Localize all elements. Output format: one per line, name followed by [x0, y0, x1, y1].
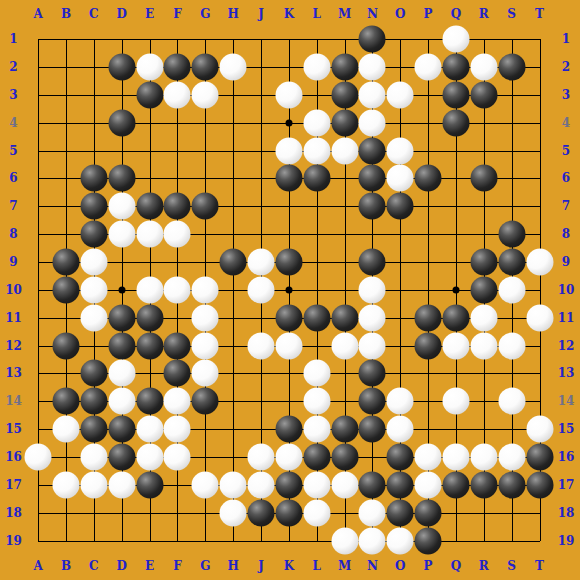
black-stone[interactable] — [275, 249, 302, 276]
black-stone[interactable] — [387, 443, 414, 470]
white-stone[interactable] — [192, 360, 219, 387]
black-stone[interactable] — [80, 165, 107, 192]
column-label-top: G — [200, 8, 210, 20]
row-label-right: 17 — [558, 479, 575, 491]
black-stone[interactable] — [415, 499, 442, 526]
white-stone[interactable] — [526, 416, 553, 443]
column-label-bottom: R — [479, 560, 489, 572]
column-label-top: O — [395, 8, 405, 20]
black-stone[interactable] — [108, 54, 135, 81]
white-stone[interactable] — [248, 443, 275, 470]
black-stone[interactable] — [192, 193, 219, 220]
black-stone[interactable] — [108, 304, 135, 331]
white-stone[interactable] — [359, 527, 386, 554]
black-stone[interactable] — [415, 527, 442, 554]
black-stone[interactable] — [53, 276, 80, 303]
white-stone[interactable] — [25, 443, 52, 470]
black-stone[interactable] — [526, 443, 553, 470]
white-stone[interactable] — [275, 332, 302, 359]
white-stone[interactable] — [192, 276, 219, 303]
white-stone[interactable] — [136, 221, 163, 248]
black-stone[interactable] — [303, 304, 330, 331]
row-label-right: 4 — [562, 117, 570, 129]
black-stone[interactable] — [470, 81, 497, 108]
column-label-top: L — [312, 8, 320, 20]
row-label-left: 3 — [9, 89, 17, 101]
black-stone[interactable] — [108, 109, 135, 136]
black-stone[interactable] — [80, 193, 107, 220]
white-stone[interactable] — [415, 54, 442, 81]
row-label-right: 10 — [558, 284, 575, 296]
white-stone[interactable] — [303, 471, 330, 498]
white-stone[interactable] — [108, 221, 135, 248]
row-label-right: 15 — [558, 423, 575, 435]
column-label-top: E — [145, 8, 154, 20]
column-label-bottom: T — [535, 560, 544, 572]
row-label-left: 17 — [5, 479, 22, 491]
black-stone[interactable] — [164, 193, 191, 220]
black-stone[interactable] — [331, 443, 358, 470]
column-label-top: P — [424, 8, 433, 20]
white-stone[interactable] — [526, 304, 553, 331]
row-label-right: 7 — [562, 200, 570, 212]
column-label-top: F — [173, 8, 182, 20]
column-label-bottom: K — [284, 560, 294, 572]
row-label-left: 18 — [5, 507, 22, 519]
white-stone[interactable] — [248, 471, 275, 498]
black-stone[interactable] — [53, 388, 80, 415]
row-label-left: 12 — [5, 340, 22, 352]
white-stone[interactable] — [470, 332, 497, 359]
white-stone[interactable] — [136, 416, 163, 443]
black-stone[interactable] — [387, 499, 414, 526]
white-stone[interactable] — [275, 137, 302, 164]
row-label-right: 13 — [558, 367, 575, 379]
black-stone[interactable] — [359, 26, 386, 53]
column-label-bottom: F — [173, 560, 182, 572]
black-stone[interactable] — [498, 249, 525, 276]
white-stone[interactable] — [108, 471, 135, 498]
column-label-top: D — [117, 8, 127, 20]
column-label-bottom: A — [34, 560, 43, 572]
white-stone[interactable] — [80, 304, 107, 331]
black-stone[interactable] — [415, 304, 442, 331]
white-stone[interactable] — [415, 471, 442, 498]
white-stone[interactable] — [359, 276, 386, 303]
black-stone[interactable] — [248, 499, 275, 526]
black-stone[interactable] — [275, 471, 302, 498]
column-label-top: B — [61, 8, 71, 20]
white-stone[interactable] — [387, 137, 414, 164]
black-stone[interactable] — [359, 471, 386, 498]
row-label-left: 8 — [9, 228, 17, 240]
black-stone[interactable] — [303, 443, 330, 470]
white-stone[interactable] — [80, 249, 107, 276]
white-stone[interactable] — [359, 109, 386, 136]
star-point — [285, 119, 292, 126]
star-point — [452, 286, 459, 293]
white-stone[interactable] — [303, 109, 330, 136]
white-stone[interactable] — [164, 388, 191, 415]
white-stone[interactable] — [108, 193, 135, 220]
white-stone[interactable] — [192, 471, 219, 498]
white-stone[interactable] — [303, 137, 330, 164]
column-label-bottom: N — [367, 560, 378, 572]
white-stone[interactable] — [331, 527, 358, 554]
row-label-right: 11 — [558, 312, 575, 324]
row-label-left: 4 — [9, 117, 17, 129]
white-stone[interactable] — [164, 276, 191, 303]
star-point — [285, 286, 292, 293]
column-label-top: K — [284, 8, 294, 20]
column-label-bottom: B — [61, 560, 71, 572]
black-stone[interactable] — [108, 332, 135, 359]
white-stone[interactable] — [108, 360, 135, 387]
white-stone[interactable] — [275, 443, 302, 470]
white-stone[interactable] — [303, 416, 330, 443]
white-stone[interactable] — [164, 221, 191, 248]
white-stone[interactable] — [359, 332, 386, 359]
white-stone[interactable] — [498, 332, 525, 359]
black-stone[interactable] — [80, 416, 107, 443]
white-stone[interactable] — [220, 54, 247, 81]
column-label-top: J — [258, 8, 264, 20]
row-label-left: 7 — [9, 200, 17, 212]
row-label-left: 16 — [5, 451, 22, 463]
black-stone[interactable] — [470, 276, 497, 303]
black-stone[interactable] — [498, 54, 525, 81]
black-stone[interactable] — [387, 193, 414, 220]
row-label-right: 1 — [562, 33, 570, 45]
white-stone[interactable] — [359, 499, 386, 526]
black-stone[interactable] — [498, 221, 525, 248]
black-stone[interactable] — [415, 165, 442, 192]
white-stone[interactable] — [498, 388, 525, 415]
white-stone[interactable] — [331, 471, 358, 498]
black-stone[interactable] — [442, 471, 469, 498]
white-stone[interactable] — [303, 499, 330, 526]
black-stone[interactable] — [359, 249, 386, 276]
white-stone[interactable] — [136, 443, 163, 470]
black-stone[interactable] — [442, 304, 469, 331]
white-stone[interactable] — [248, 332, 275, 359]
black-stone[interactable] — [442, 81, 469, 108]
black-stone[interactable] — [526, 471, 553, 498]
white-stone[interactable] — [53, 416, 80, 443]
black-stone[interactable] — [331, 109, 358, 136]
black-stone[interactable] — [275, 416, 302, 443]
row-label-left: 19 — [5, 535, 22, 547]
black-stone[interactable] — [136, 304, 163, 331]
white-stone[interactable] — [275, 81, 302, 108]
white-stone[interactable] — [387, 527, 414, 554]
column-label-bottom: P — [424, 560, 433, 572]
column-label-top: R — [479, 8, 489, 20]
black-stone[interactable] — [80, 360, 107, 387]
black-stone[interactable] — [498, 471, 525, 498]
white-stone[interactable] — [136, 276, 163, 303]
black-stone[interactable] — [275, 165, 302, 192]
white-stone[interactable] — [387, 388, 414, 415]
white-stone[interactable] — [470, 54, 497, 81]
white-stone[interactable] — [80, 471, 107, 498]
black-stone[interactable] — [136, 81, 163, 108]
star-point — [118, 286, 125, 293]
row-label-right: 2 — [562, 61, 570, 73]
black-stone[interactable] — [220, 249, 247, 276]
white-stone[interactable] — [442, 26, 469, 53]
column-label-bottom: C — [89, 560, 99, 572]
white-stone[interactable] — [303, 360, 330, 387]
white-stone[interactable] — [220, 471, 247, 498]
white-stone[interactable] — [303, 54, 330, 81]
black-stone[interactable] — [359, 416, 386, 443]
row-label-left: 2 — [9, 61, 17, 73]
go-board[interactable]: AABBCCDDEEFFGGHHJJKKLLMMNNOOPPQQRRSSTT11… — [0, 0, 580, 580]
row-label-left: 6 — [9, 172, 17, 184]
column-label-top: Q — [451, 8, 461, 20]
column-label-bottom: E — [145, 560, 154, 572]
black-stone[interactable] — [108, 416, 135, 443]
black-stone[interactable] — [136, 332, 163, 359]
column-label-bottom: O — [395, 560, 405, 572]
black-stone[interactable] — [164, 360, 191, 387]
white-stone[interactable] — [80, 276, 107, 303]
black-stone[interactable] — [359, 165, 386, 192]
black-stone[interactable] — [359, 137, 386, 164]
row-label-left: 1 — [9, 33, 17, 45]
column-label-top: S — [507, 8, 516, 20]
row-label-right: 9 — [562, 256, 570, 268]
column-label-bottom: G — [200, 560, 210, 572]
column-label-top: A — [34, 8, 43, 20]
column-label-bottom: D — [117, 560, 127, 572]
column-label-bottom: S — [507, 560, 516, 572]
column-label-top: C — [89, 8, 99, 20]
white-stone[interactable] — [164, 416, 191, 443]
black-stone[interactable] — [359, 193, 386, 220]
white-stone[interactable] — [387, 416, 414, 443]
black-stone[interactable] — [136, 471, 163, 498]
column-label-top: H — [227, 8, 238, 20]
white-stone[interactable] — [164, 443, 191, 470]
white-stone[interactable] — [136, 54, 163, 81]
row-label-right: 14 — [558, 395, 575, 407]
black-stone[interactable] — [192, 388, 219, 415]
white-stone[interactable] — [415, 443, 442, 470]
column-label-bottom: J — [258, 560, 264, 572]
white-stone[interactable] — [331, 137, 358, 164]
row-label-left: 10 — [5, 284, 22, 296]
white-stone[interactable] — [192, 81, 219, 108]
row-label-left: 13 — [5, 367, 22, 379]
row-label-right: 18 — [558, 507, 575, 519]
black-stone[interactable] — [331, 81, 358, 108]
black-stone[interactable] — [331, 304, 358, 331]
row-label-right: 12 — [558, 340, 575, 352]
row-label-right: 6 — [562, 172, 570, 184]
column-label-top: N — [367, 8, 378, 20]
white-stone[interactable] — [303, 388, 330, 415]
white-stone[interactable] — [248, 249, 275, 276]
black-stone[interactable] — [80, 388, 107, 415]
white-stone[interactable] — [442, 332, 469, 359]
black-stone[interactable] — [53, 332, 80, 359]
black-stone[interactable] — [136, 388, 163, 415]
white-stone[interactable] — [53, 471, 80, 498]
white-stone[interactable] — [220, 499, 247, 526]
row-label-left: 14 — [5, 395, 22, 407]
black-stone[interactable] — [442, 54, 469, 81]
row-label-left: 5 — [9, 145, 17, 157]
white-stone[interactable] — [387, 165, 414, 192]
black-stone[interactable] — [136, 193, 163, 220]
white-stone[interactable] — [498, 276, 525, 303]
black-stone[interactable] — [108, 165, 135, 192]
black-stone[interactable] — [192, 54, 219, 81]
black-stone[interactable] — [470, 165, 497, 192]
column-label-bottom: H — [227, 560, 238, 572]
white-stone[interactable] — [498, 443, 525, 470]
white-stone[interactable] — [331, 332, 358, 359]
white-stone[interactable] — [387, 81, 414, 108]
black-stone[interactable] — [80, 221, 107, 248]
column-label-top: M — [338, 8, 351, 20]
white-stone[interactable] — [470, 304, 497, 331]
black-stone[interactable] — [359, 388, 386, 415]
column-label-bottom: M — [338, 560, 351, 572]
black-stone[interactable] — [164, 54, 191, 81]
white-stone[interactable] — [248, 276, 275, 303]
black-stone[interactable] — [164, 332, 191, 359]
row-label-left: 9 — [9, 256, 17, 268]
white-stone[interactable] — [359, 304, 386, 331]
row-label-left: 11 — [5, 312, 22, 324]
black-stone[interactable] — [387, 471, 414, 498]
white-stone[interactable] — [192, 304, 219, 331]
black-stone[interactable] — [331, 416, 358, 443]
row-label-right: 5 — [562, 145, 570, 157]
black-stone[interactable] — [303, 165, 330, 192]
white-stone[interactable] — [108, 388, 135, 415]
white-stone[interactable] — [192, 332, 219, 359]
black-stone[interactable] — [415, 332, 442, 359]
black-stone[interactable] — [108, 443, 135, 470]
white-stone[interactable] — [359, 54, 386, 81]
white-stone[interactable] — [526, 249, 553, 276]
white-stone[interactable] — [359, 81, 386, 108]
black-stone[interactable] — [470, 249, 497, 276]
black-stone[interactable] — [53, 249, 80, 276]
row-label-right: 16 — [558, 451, 575, 463]
column-label-top: T — [535, 8, 544, 20]
black-stone[interactable] — [275, 499, 302, 526]
white-stone[interactable] — [442, 388, 469, 415]
black-stone[interactable] — [275, 304, 302, 331]
row-label-right: 19 — [558, 535, 575, 547]
white-stone[interactable] — [470, 443, 497, 470]
row-label-right: 3 — [562, 89, 570, 101]
white-stone[interactable] — [442, 443, 469, 470]
black-stone[interactable] — [442, 109, 469, 136]
row-label-right: 8 — [562, 228, 570, 240]
column-label-bottom: L — [312, 560, 320, 572]
black-stone[interactable] — [470, 471, 497, 498]
grid-line-horizontal — [38, 541, 540, 542]
column-label-bottom: Q — [451, 560, 461, 572]
white-stone[interactable] — [164, 81, 191, 108]
white-stone[interactable] — [80, 443, 107, 470]
black-stone[interactable] — [331, 54, 358, 81]
row-label-left: 15 — [5, 423, 22, 435]
black-stone[interactable] — [359, 360, 386, 387]
